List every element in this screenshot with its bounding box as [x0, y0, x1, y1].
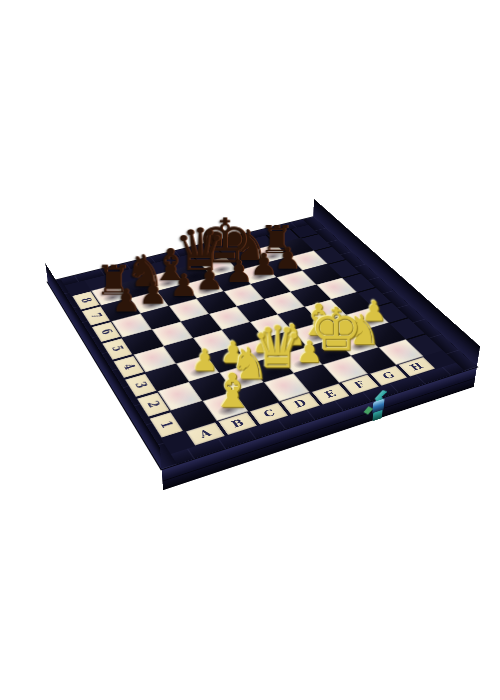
rank-label-text: 1: [157, 420, 175, 430]
chess-board: 87654321 ABCDEFGH ♜♞♝♛♚♞♜♟♟♟♟♟♟♟♟♟♟♟♝♟♞♛…: [48, 217, 477, 469]
white-bishop: ♝: [211, 367, 253, 414]
board-scene: 87654321 ABCDEFGH ♜♞♝♛♚♞♜♟♟♟♟♟♟♟♟♟♟♟♝♟♞♛…: [48, 217, 477, 469]
rank-label-text: 3: [132, 380, 150, 389]
black-pawn: ♟: [169, 270, 197, 301]
black-pawn: ♟: [274, 244, 301, 274]
black-pawn: ♟: [195, 263, 223, 294]
rank-label-text: 7: [88, 312, 104, 320]
clasp-flap-icon: [373, 410, 383, 421]
chess-set-photo: 87654321 ABCDEFGH ♜♞♝♛♚♞♜♟♟♟♟♟♟♟♟♟♟♟♝♟♞♛…: [0, 0, 500, 700]
file-label-d: D: [281, 393, 319, 414]
rank-label-text: 8: [78, 297, 94, 304]
rank-label-text: 6: [98, 328, 114, 336]
rank-label-text: 4: [120, 362, 137, 371]
black-pawn: ♟: [249, 250, 276, 280]
rank-label-text: 2: [144, 400, 162, 410]
file-label-a: A: [186, 422, 225, 445]
black-pawn: ♟: [138, 278, 166, 309]
black-pawn: ♟: [111, 285, 139, 317]
square-h1: [379, 339, 424, 365]
black-pawn: ♟: [225, 256, 252, 286]
rank-label-text: 5: [109, 345, 126, 353]
